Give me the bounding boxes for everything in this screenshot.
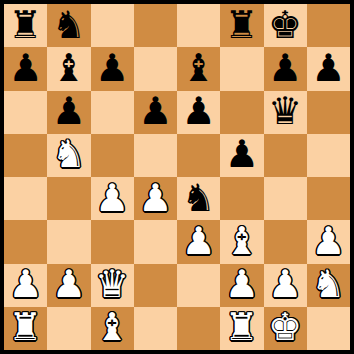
square-h5[interactable] [307, 134, 350, 177]
piece-white-rook[interactable]: ♜ [225, 308, 259, 346]
square-h3[interactable]: ♟ [307, 220, 350, 263]
square-e2[interactable] [177, 264, 220, 307]
piece-white-knight[interactable]: ♞ [52, 135, 86, 173]
square-h6[interactable] [307, 91, 350, 134]
piece-black-queen[interactable]: ♛ [268, 92, 302, 130]
square-b2[interactable]: ♟ [47, 264, 90, 307]
piece-white-pawn[interactable]: ♟ [138, 179, 172, 217]
square-f6[interactable] [220, 91, 263, 134]
square-f5[interactable]: ♟ [220, 134, 263, 177]
square-d6[interactable]: ♟ [134, 91, 177, 134]
piece-white-queen[interactable]: ♛ [95, 265, 129, 303]
piece-white-knight[interactable]: ♞ [311, 265, 345, 303]
square-b4[interactable] [47, 177, 90, 220]
piece-black-rook[interactable]: ♜ [9, 6, 43, 44]
square-h8[interactable] [307, 4, 350, 47]
piece-white-pawn[interactable]: ♟ [95, 179, 129, 217]
piece-black-pawn[interactable]: ♟ [9, 49, 43, 87]
chess-board: ♜♞♜♚♟♝♟♝♟♟♟♟♟♛♞♟♟♟♞♟♝♟♟♟♛♟♟♞♜♝♜♚ [4, 4, 350, 350]
piece-white-king[interactable]: ♚ [268, 308, 302, 346]
square-a6[interactable] [4, 91, 47, 134]
square-d8[interactable] [134, 4, 177, 47]
piece-black-knight[interactable]: ♞ [52, 6, 86, 44]
piece-white-pawn[interactable]: ♟ [268, 265, 302, 303]
square-e3[interactable]: ♟ [177, 220, 220, 263]
piece-white-pawn[interactable]: ♟ [52, 265, 86, 303]
square-c8[interactable] [91, 4, 134, 47]
square-c3[interactable] [91, 220, 134, 263]
square-d3[interactable] [134, 220, 177, 263]
square-h1[interactable] [307, 307, 350, 350]
square-a8[interactable]: ♜ [4, 4, 47, 47]
square-f7[interactable] [220, 47, 263, 90]
square-g3[interactable] [264, 220, 307, 263]
square-f4[interactable] [220, 177, 263, 220]
piece-black-knight[interactable]: ♞ [182, 179, 216, 217]
square-h7[interactable]: ♟ [307, 47, 350, 90]
piece-black-pawn[interactable]: ♟ [182, 92, 216, 130]
piece-white-pawn[interactable]: ♟ [311, 222, 345, 260]
square-c7[interactable]: ♟ [91, 47, 134, 90]
square-e4[interactable]: ♞ [177, 177, 220, 220]
square-b8[interactable]: ♞ [47, 4, 90, 47]
piece-black-rook[interactable]: ♜ [225, 6, 259, 44]
square-c5[interactable] [91, 134, 134, 177]
square-a4[interactable] [4, 177, 47, 220]
piece-white-pawn[interactable]: ♟ [225, 265, 259, 303]
square-c1[interactable]: ♝ [91, 307, 134, 350]
piece-black-pawn[interactable]: ♟ [311, 49, 345, 87]
square-a7[interactable]: ♟ [4, 47, 47, 90]
square-a1[interactable]: ♜ [4, 307, 47, 350]
piece-white-pawn[interactable]: ♟ [182, 222, 216, 260]
square-e8[interactable] [177, 4, 220, 47]
square-h2[interactable]: ♞ [307, 264, 350, 307]
square-e1[interactable] [177, 307, 220, 350]
square-b1[interactable] [47, 307, 90, 350]
piece-black-pawn[interactable]: ♟ [225, 135, 259, 173]
square-d2[interactable] [134, 264, 177, 307]
piece-white-rook[interactable]: ♜ [9, 308, 43, 346]
piece-white-pawn[interactable]: ♟ [9, 265, 43, 303]
piece-black-king[interactable]: ♚ [268, 6, 302, 44]
square-g2[interactable]: ♟ [264, 264, 307, 307]
square-c2[interactable]: ♛ [91, 264, 134, 307]
square-b3[interactable] [47, 220, 90, 263]
square-d7[interactable] [134, 47, 177, 90]
piece-black-bishop[interactable]: ♝ [182, 49, 216, 87]
piece-white-bishop[interactable]: ♝ [95, 308, 129, 346]
square-a3[interactable] [4, 220, 47, 263]
piece-black-pawn[interactable]: ♟ [138, 92, 172, 130]
square-d5[interactable] [134, 134, 177, 177]
piece-black-pawn[interactable]: ♟ [268, 49, 302, 87]
square-h4[interactable] [307, 177, 350, 220]
square-c4[interactable]: ♟ [91, 177, 134, 220]
piece-black-bishop[interactable]: ♝ [52, 49, 86, 87]
piece-black-pawn[interactable]: ♟ [52, 92, 86, 130]
square-f2[interactable]: ♟ [220, 264, 263, 307]
square-c6[interactable] [91, 91, 134, 134]
piece-white-bishop[interactable]: ♝ [225, 222, 259, 260]
square-g8[interactable]: ♚ [264, 4, 307, 47]
square-g5[interactable] [264, 134, 307, 177]
square-f3[interactable]: ♝ [220, 220, 263, 263]
chess-app-frame: ♜♞♜♚♟♝♟♝♟♟♟♟♟♛♞♟♟♟♞♟♝♟♟♟♛♟♟♞♜♝♜♚ [0, 0, 354, 354]
square-f1[interactable]: ♜ [220, 307, 263, 350]
square-e7[interactable]: ♝ [177, 47, 220, 90]
square-a2[interactable]: ♟ [4, 264, 47, 307]
square-a5[interactable] [4, 134, 47, 177]
square-g7[interactable]: ♟ [264, 47, 307, 90]
square-e5[interactable] [177, 134, 220, 177]
square-b5[interactable]: ♞ [47, 134, 90, 177]
square-e6[interactable]: ♟ [177, 91, 220, 134]
square-g6[interactable]: ♛ [264, 91, 307, 134]
square-f8[interactable]: ♜ [220, 4, 263, 47]
square-d4[interactable]: ♟ [134, 177, 177, 220]
square-d1[interactable] [134, 307, 177, 350]
piece-black-pawn[interactable]: ♟ [95, 49, 129, 87]
square-g4[interactable] [264, 177, 307, 220]
square-b6[interactable]: ♟ [47, 91, 90, 134]
square-b7[interactable]: ♝ [47, 47, 90, 90]
square-g1[interactable]: ♚ [264, 307, 307, 350]
